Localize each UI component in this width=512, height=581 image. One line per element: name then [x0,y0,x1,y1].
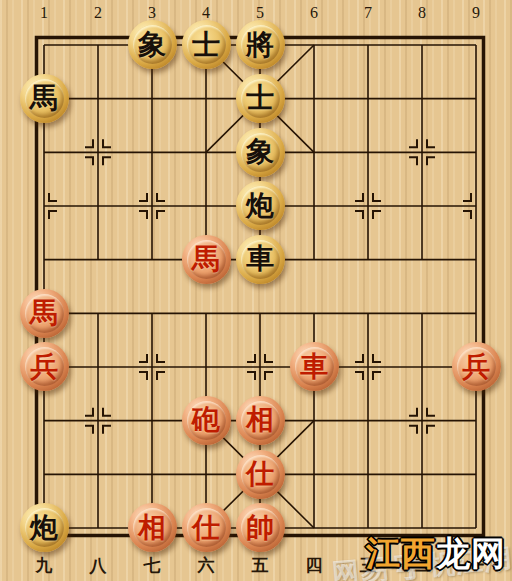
piece-glyph: 仕 [246,460,274,488]
piece-glyph: 相 [246,406,274,434]
piece-glyph: 象 [246,138,274,166]
piece-red-cannon[interactable]: 砲 [182,396,231,445]
piece-glyph: 帥 [246,514,274,542]
piece-glyph: 馬 [192,245,220,273]
piece-red-pawn[interactable]: 兵 [452,342,501,391]
piece-black-elephant[interactable]: 象 [236,128,285,177]
piece-glyph: 象 [138,31,166,59]
piece-black-chariot[interactable]: 車 [236,235,285,284]
file-label-bottom-2: 八 [71,554,125,577]
board-container: 123456789 九八七六五四三二一 象士將馬士象炮車炮馬馬兵車兵砲相仕相仕帥… [0,0,512,581]
piece-glyph: 馬 [30,84,58,112]
piece-red-horse[interactable]: 馬 [182,235,231,284]
piece-glyph: 兵 [30,353,58,381]
piece-black-advisor[interactable]: 士 [236,74,285,123]
piece-glyph: 車 [300,353,328,381]
piece-black-general[interactable]: 將 [236,20,285,69]
file-label-bottom-6: 四 [287,554,341,577]
file-label-bottom-5: 五 [233,554,287,577]
file-label-bottom-4: 六 [179,554,233,577]
piece-black-cannon[interactable]: 炮 [20,503,69,552]
piece-glyph: 炮 [30,514,58,542]
piece-glyph: 兵 [462,353,490,381]
pieces-grid: 象士將馬士象炮車炮馬馬兵車兵砲相仕相仕帥 [17,18,503,555]
piece-glyph: 士 [246,84,274,112]
file-label-bottom-1: 九 [17,554,71,577]
piece-red-advisor[interactable]: 仕 [182,503,231,552]
piece-glyph: 仕 [192,514,220,542]
piece-black-elephant[interactable]: 象 [128,20,177,69]
piece-red-elephant[interactable]: 相 [236,396,285,445]
piece-glyph: 車 [246,245,274,273]
piece-glyph: 相 [138,514,166,542]
piece-glyph: 炮 [246,192,274,220]
piece-glyph: 將 [246,31,274,59]
piece-red-advisor[interactable]: 仕 [236,450,285,499]
piece-glyph: 士 [192,31,220,59]
piece-red-elephant[interactable]: 相 [128,503,177,552]
piece-glyph: 馬 [30,299,58,327]
file-label-bottom-9: 一 [449,554,503,577]
piece-black-advisor[interactable]: 士 [182,20,231,69]
piece-red-horse[interactable]: 馬 [20,289,69,338]
file-label-bottom-3: 七 [125,554,179,577]
piece-black-cannon[interactable]: 炮 [236,181,285,230]
piece-glyph: 砲 [192,406,220,434]
piece-red-pawn[interactable]: 兵 [20,342,69,391]
piece-red-chariot[interactable]: 車 [290,342,339,391]
file-label-bottom-8: 二 [395,554,449,577]
file-label-bottom-7: 三 [341,554,395,577]
piece-red-general[interactable]: 帥 [236,503,285,552]
piece-black-horse[interactable]: 馬 [20,74,69,123]
